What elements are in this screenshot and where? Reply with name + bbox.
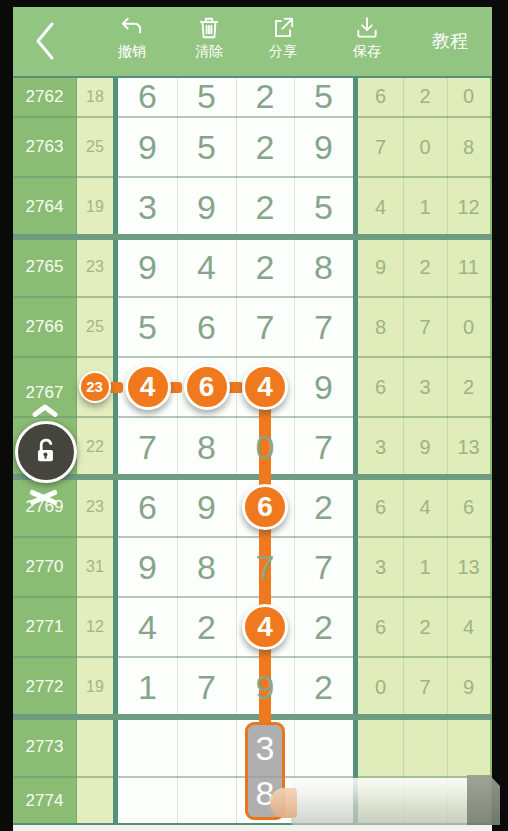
crossed-out-mark — [29, 489, 58, 505]
main-digit-cell[interactable]: 9 — [138, 237, 157, 297]
period-label: 2771 — [26, 597, 64, 657]
main-digit-cell[interactable]: 7 — [138, 417, 157, 477]
extra-digit-cell[interactable]: 2 — [463, 357, 474, 417]
main-digit-cell[interactable]: 7 — [197, 657, 216, 717]
main-digit-cell[interactable]: 7 — [314, 537, 333, 597]
group-separator — [13, 234, 492, 240]
sum-value: 18 — [86, 76, 104, 117]
lock-button[interactable] — [15, 421, 77, 483]
period-label: 2773 — [26, 717, 64, 777]
extra-digit-cell[interactable]: 2 — [419, 237, 430, 297]
main-digit-cell[interactable]: 8 — [314, 237, 333, 297]
row-separator — [13, 356, 492, 358]
open-padlock-icon — [30, 435, 62, 467]
extra-digit-cell[interactable]: 11 — [458, 237, 479, 297]
sum-value: 19 — [86, 177, 104, 237]
main-digit-cell[interactable]: 2 — [256, 177, 275, 237]
main-digit-cell[interactable]: 5 — [197, 117, 216, 177]
sum-value: 23 — [86, 477, 104, 537]
extra-digit-cell[interactable]: 9 — [375, 237, 386, 297]
extra-digit-cell[interactable]: 8 — [463, 117, 474, 177]
circled-digit-annotation: 4 — [242, 364, 288, 410]
main-digit-cell[interactable]: 1 — [138, 657, 157, 717]
extra-digit-cell[interactable]: 4 — [419, 477, 430, 537]
sum-value: 12 — [86, 597, 104, 657]
table-row: 27652394289211 — [13, 237, 492, 297]
row-separator — [13, 416, 492, 418]
main-digit-cell[interactable]: 5 — [197, 76, 216, 117]
extra-digit-cell[interactable]: 8 — [375, 297, 386, 357]
main-digit-cell[interactable]: 5 — [138, 297, 157, 357]
circled-sum-annotation: 23 — [79, 371, 111, 403]
extra-digit-cell[interactable]: 2 — [419, 76, 430, 117]
main-digit-cell[interactable]: 8 — [197, 537, 216, 597]
period-label: 2774 — [26, 777, 64, 825]
table-row: 2772191792079 — [13, 657, 492, 717]
extra-digit-cell[interactable]: 6 — [375, 597, 386, 657]
extra-digit-cell[interactable]: 6 — [463, 477, 474, 537]
prediction-box: 38 — [245, 722, 285, 820]
main-digit-cell[interactable]: 2 — [256, 237, 275, 297]
trash-icon — [196, 15, 222, 41]
main-digit-cell[interactable]: 5 — [314, 177, 333, 237]
drawn-dash-segment — [109, 382, 123, 393]
table-row: 27682278073913 — [13, 417, 492, 477]
circled-digit-annotation: 6 — [184, 364, 230, 410]
extra-digit-cell[interactable]: 1 — [419, 177, 430, 237]
tutorial-button[interactable]: 教程 — [432, 29, 468, 53]
main-digit-cell[interactable]: 6 — [138, 76, 157, 117]
main-digit-cell[interactable]: 5 — [314, 76, 333, 117]
collapse-chevron-icon[interactable] — [32, 403, 58, 421]
toolbar: 撤销 清除 分享 保存 教程 — [13, 7, 492, 76]
extra-digit-cell[interactable]: 2 — [419, 597, 430, 657]
main-digit-cell[interactable]: 4 — [197, 237, 216, 297]
period-label: 2765 — [26, 237, 64, 297]
back-chevron-icon — [31, 19, 61, 63]
period-label: 2769 — [26, 477, 64, 537]
main-digit-cell[interactable]: 9 — [256, 657, 275, 717]
extra-digit-cell[interactable]: 0 — [463, 76, 474, 117]
main-digit-cell[interactable]: 2 — [197, 597, 216, 657]
sum-value: 25 — [86, 117, 104, 177]
undo-button[interactable]: 撤销 — [100, 15, 164, 61]
extra-digit-cell[interactable]: 7 — [375, 117, 386, 177]
extra-digit-cell[interactable]: 9 — [419, 417, 430, 477]
main-digit-cell[interactable]: 2 — [256, 76, 275, 117]
period-label: 2772 — [26, 657, 64, 717]
extra-digit-cell[interactable]: 7 — [419, 657, 430, 717]
group-separator — [13, 474, 492, 480]
extra-digit-cell[interactable]: 4 — [375, 177, 386, 237]
extra-digit-cell[interactable]: 13 — [457, 417, 479, 477]
main-digit-cell[interactable]: 2 — [314, 477, 333, 537]
sum-value: 23 — [86, 237, 104, 297]
save-label: 保存 — [335, 43, 399, 61]
extra-digit-cell[interactable]: 3 — [375, 537, 386, 597]
main-digit-cell[interactable]: 7 — [314, 417, 333, 477]
extra-digit-cell[interactable]: 6 — [375, 76, 386, 117]
row-separator — [13, 296, 492, 298]
extra-digit-cell[interactable]: 3 — [375, 417, 386, 477]
main-digit-cell[interactable]: 9 — [314, 357, 333, 417]
table-row: 2762186525620 — [13, 76, 492, 117]
table-row: 2763259529708 — [13, 117, 492, 177]
main-digit-cell[interactable]: 0 — [256, 417, 275, 477]
period-label: 2764 — [26, 177, 64, 237]
row-separator — [13, 536, 492, 538]
clear-label: 清除 — [177, 43, 241, 61]
sum-value: 22 — [86, 417, 104, 477]
row-separator — [13, 116, 492, 118]
extra-digit-cell[interactable]: 3 — [419, 357, 430, 417]
period-label: 2763 — [26, 117, 64, 177]
clear-button[interactable]: 清除 — [177, 15, 241, 61]
main-digit-cell[interactable]: 9 — [197, 477, 216, 537]
extra-digit-cell[interactable]: 12 — [457, 177, 479, 237]
row-separator — [13, 596, 492, 598]
main-digit-cell[interactable]: 6 — [197, 297, 216, 357]
circled-digit-annotation: 4 — [125, 364, 171, 410]
extra-digit-cell[interactable]: 0 — [375, 657, 386, 717]
share-icon — [270, 15, 296, 41]
table-row: 27641939254112 — [13, 177, 492, 237]
save-button[interactable]: 保存 — [335, 15, 399, 61]
share-button[interactable]: 分享 — [251, 15, 315, 61]
save-icon — [354, 15, 380, 41]
bottom-strip — [13, 825, 492, 831]
main-digit-cell[interactable]: 7 — [256, 297, 275, 357]
main-digit-cell[interactable]: 2 — [314, 657, 333, 717]
main-digit-cell[interactable]: 9 — [138, 537, 157, 597]
sum-value: 19 — [86, 657, 104, 717]
main-digit-cell[interactable]: 7 — [314, 297, 333, 357]
main-digit-cell[interactable]: 2 — [314, 597, 333, 657]
undo-label: 撤销 — [100, 43, 164, 61]
table-row: 2766255677870 — [13, 297, 492, 357]
main-digit-cell[interactable]: 7 — [256, 537, 275, 597]
period-label: 2770 — [26, 537, 64, 597]
extra-digit-cell[interactable]: 6 — [375, 357, 386, 417]
row-separator — [13, 656, 492, 658]
prediction-digit-top: 3 — [248, 725, 282, 771]
extra-digit-cell[interactable]: 4 — [463, 597, 474, 657]
main-digit-cell[interactable]: 9 — [197, 177, 216, 237]
back-button[interactable] — [31, 19, 61, 63]
sum-value: 31 — [86, 537, 104, 597]
main-digit-cell[interactable]: 3 — [138, 177, 157, 237]
period-label: 2762 — [26, 76, 64, 117]
row-separator — [13, 176, 492, 178]
main-digit-cell[interactable]: 9 — [314, 117, 333, 177]
extra-digit-cell[interactable]: 9 — [463, 657, 474, 717]
main-digit-cell[interactable]: 8 — [197, 417, 216, 477]
table-top-border — [13, 76, 492, 78]
circled-digit-annotation: 4 — [242, 604, 288, 650]
sum-value: 25 — [86, 297, 104, 357]
trend-chart-board: 2762186525620276325952970827641939254112… — [13, 7, 492, 831]
app-screen: 2762186525620276325952970827641939254112… — [13, 7, 492, 831]
main-digit-cell[interactable]: 2 — [256, 117, 275, 177]
extra-digit-cell[interactable]: 7 — [419, 297, 430, 357]
photo-frame: 2762186525620276325952970827641939254112… — [0, 0, 508, 831]
undo-icon — [119, 15, 145, 41]
extra-digit-cell[interactable]: 6 — [375, 477, 386, 537]
period-label: 2766 — [26, 297, 64, 357]
prediction-digit-bottom: 8 — [248, 771, 282, 815]
main-digit-cell[interactable]: 6 — [138, 477, 157, 537]
share-label: 分享 — [251, 43, 315, 61]
circled-digit-annotation: 6 — [242, 484, 288, 530]
group-separator — [13, 714, 492, 720]
table-row: 27703198773113 — [13, 537, 492, 597]
extra-digit-cell[interactable]: 1 — [419, 537, 430, 597]
main-digit-cell[interactable]: 4 — [138, 597, 157, 657]
main-digit-cell[interactable]: 9 — [138, 117, 157, 177]
extra-digit-cell[interactable]: 0 — [419, 117, 430, 177]
extra-digit-cell[interactable]: 0 — [463, 297, 474, 357]
extra-digit-cell[interactable]: 13 — [457, 537, 479, 597]
